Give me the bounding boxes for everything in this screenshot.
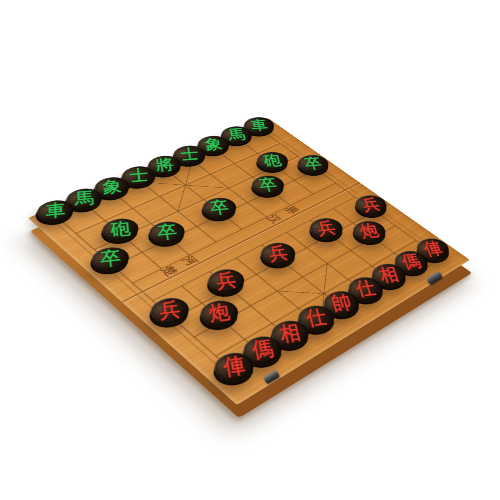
- xiangqi-product-photo: 楚河 汉界 車馬象士將士象馬車砲砲卒卒卒卒卒俥傌相仕帥仕相傌俥炮炮兵兵兵兵兵: [0, 0, 500, 500]
- piece-glyph: 卒: [91, 241, 131, 277]
- piece-glyph: 兵: [149, 291, 191, 331]
- piece-glyph: 俥: [212, 345, 258, 389]
- piece-glyph: 炮: [198, 293, 241, 333]
- piece-glyph: 卒: [148, 216, 187, 250]
- piece-glyph: 卒: [200, 192, 239, 223]
- piece-green-chariot[interactable]: 車: [31, 196, 81, 225]
- piece-glyph: 車: [37, 195, 74, 228]
- xiangqi-board: 楚河 汉界 車馬象士將士象馬車砲砲卒卒卒卒卒俥傌相仕帥仕相傌俥炮炮兵兵兵兵兵: [28, 118, 470, 405]
- piece-glyph: 卒: [295, 150, 333, 178]
